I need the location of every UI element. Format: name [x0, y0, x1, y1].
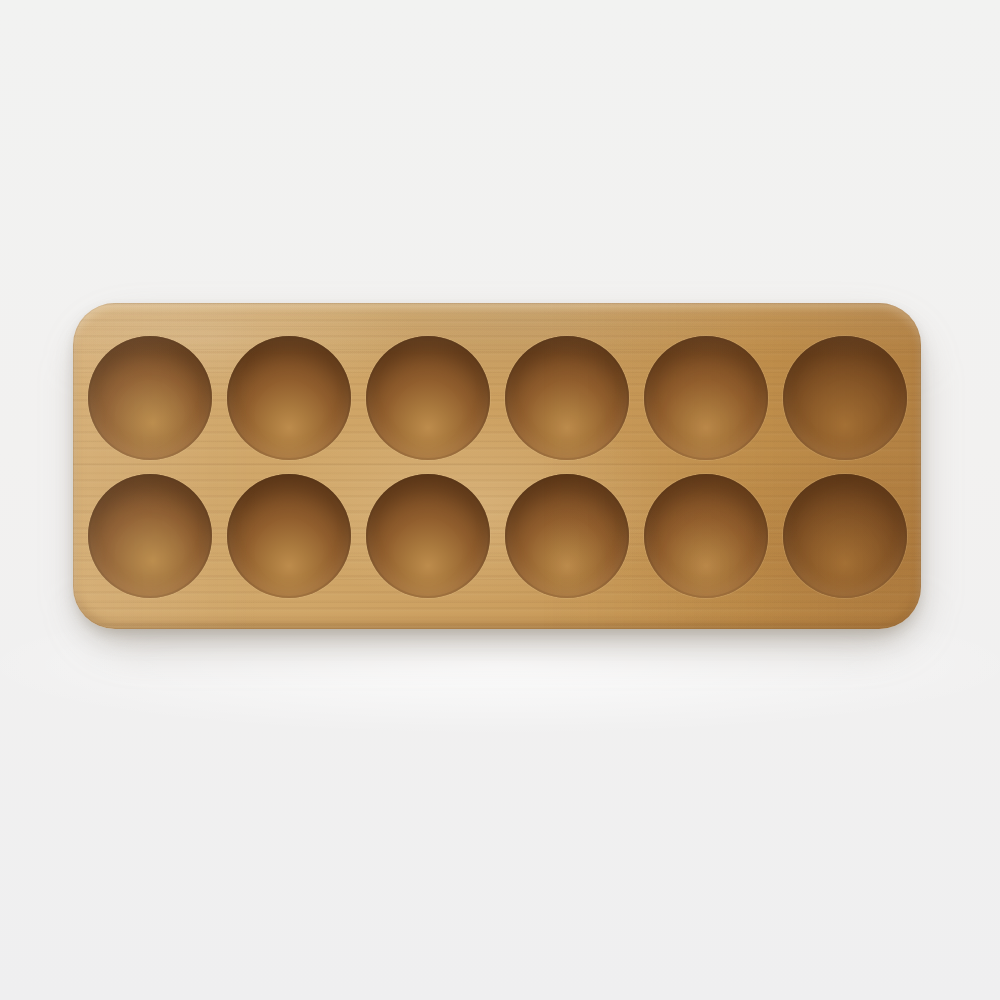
pit-south-4[interactable]	[505, 474, 629, 598]
pit-cell-north-2	[219, 329, 358, 467]
pit-cell-north-5	[636, 329, 775, 467]
pit-north-1[interactable]	[88, 336, 212, 460]
photo-background	[0, 0, 1000, 1000]
pit-cell-south-4	[497, 467, 636, 605]
pit-south-1[interactable]	[88, 474, 212, 598]
pit-cell-south-3	[358, 467, 497, 605]
pit-cell-north-4	[497, 329, 636, 467]
pit-cell-south-2	[219, 467, 358, 605]
pit-cell-north-1	[80, 329, 219, 467]
pit-north-6[interactable]	[783, 336, 907, 460]
pit-north-5[interactable]	[644, 336, 768, 460]
pit-cell-south-5	[636, 467, 775, 605]
pit-south-6[interactable]	[783, 474, 907, 598]
mancala-board	[73, 303, 921, 629]
pit-grid	[80, 329, 914, 605]
pit-south-2[interactable]	[227, 474, 351, 598]
pit-south-5[interactable]	[644, 474, 768, 598]
pit-north-3[interactable]	[366, 336, 490, 460]
pit-north-4[interactable]	[505, 336, 629, 460]
pit-cell-south-1	[80, 467, 219, 605]
pit-cell-north-3	[358, 329, 497, 467]
pit-north-2[interactable]	[227, 336, 351, 460]
pit-south-3[interactable]	[366, 474, 490, 598]
pit-cell-south-6	[775, 467, 914, 605]
pit-cell-north-6	[775, 329, 914, 467]
